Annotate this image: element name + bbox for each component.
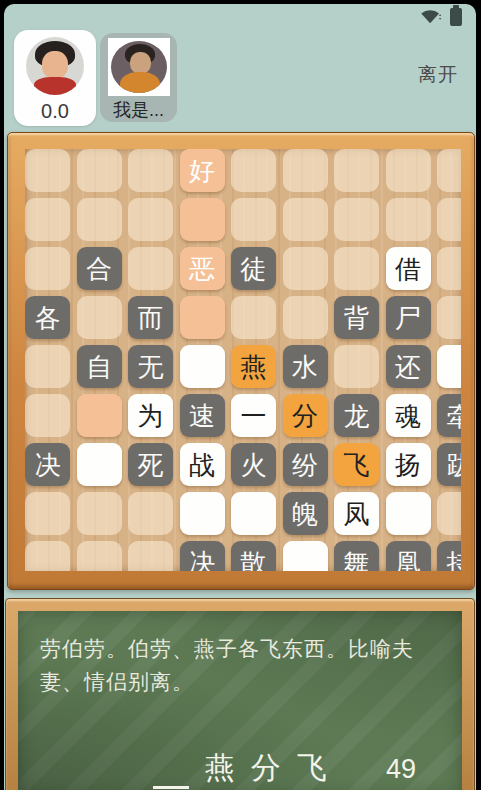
board-cell[interactable] [25, 149, 70, 192]
board-cell[interactable]: 尸 [386, 296, 431, 339]
character-tile[interactable]: 还 [386, 345, 431, 388]
board-cell[interactable] [231, 492, 276, 535]
board-cell[interactable] [77, 296, 122, 339]
board-cell[interactable] [180, 345, 225, 388]
board-cell[interactable] [437, 149, 461, 192]
board-cell[interactable]: 恶 [180, 247, 225, 290]
board-cell[interactable] [25, 247, 70, 290]
opponent-score: 0.0 [41, 100, 69, 123]
empty-slot-tile[interactable] [77, 443, 122, 486]
character-tile[interactable]: 各 [25, 296, 70, 339]
board-grid: 好合恶徒借各而背尸自无燕水还为速一分龙魂牵决死战火纷飞扬跋魄凤决散舞凰持 [25, 149, 461, 571]
board-cell[interactable]: 为 [128, 394, 173, 437]
board-cell[interactable]: 纷 [283, 443, 328, 486]
character-tile[interactable]: 散 [231, 541, 276, 571]
character-tile[interactable]: 魂 [386, 394, 431, 437]
answer-char: 燕 [205, 748, 235, 789]
board-cell[interactable] [437, 247, 461, 290]
empty-slot-tile[interactable] [180, 198, 225, 241]
character-tile[interactable]: 跋 [437, 443, 461, 486]
board-cell[interactable] [77, 149, 122, 192]
board-cell[interactable]: 散 [231, 541, 276, 571]
character-tile[interactable]: 火 [231, 443, 276, 486]
board-cell[interactable]: 龙 [334, 394, 379, 437]
board-cell[interactable] [77, 394, 122, 437]
board-cell[interactable]: 决 [25, 443, 70, 486]
character-tile[interactable]: 借 [386, 247, 431, 290]
character-tile[interactable]: 燕 [231, 345, 276, 388]
board-cell[interactable]: 魄 [283, 492, 328, 535]
board-cell[interactable] [25, 492, 70, 535]
empty-slot-tile[interactable] [386, 492, 431, 535]
board-cell[interactable] [128, 198, 173, 241]
board-cell[interactable] [437, 345, 461, 388]
character-tile[interactable]: 自 [77, 345, 122, 388]
board-cell[interactable] [128, 492, 173, 535]
board-cell[interactable]: 借 [386, 247, 431, 290]
board-cell[interactable]: 速 [180, 394, 225, 437]
status-bar [420, 6, 462, 28]
wifi-icon [420, 9, 442, 25]
board-cell[interactable] [128, 247, 173, 290]
self-avatar [108, 38, 170, 96]
answer-blank-slot [153, 759, 189, 789]
character-tile[interactable]: 飞 [334, 443, 379, 486]
idiom-clue-text: 劳伯劳。伯劳、燕子各飞东西。比喻夫妻、情侣别离。 [18, 611, 462, 698]
board-cell[interactable] [25, 541, 70, 571]
board-cell[interactable]: 决 [180, 541, 225, 571]
board-cell[interactable]: 无 [128, 345, 173, 388]
board-cell[interactable] [386, 198, 431, 241]
character-tile[interactable]: 而 [128, 296, 173, 339]
countdown-timer: 49 [386, 754, 416, 785]
board-cell[interactable] [77, 443, 122, 486]
board-cell[interactable] [386, 492, 431, 535]
character-tile[interactable]: 战 [180, 443, 225, 486]
board-cell[interactable]: 好 [180, 149, 225, 192]
board-cell[interactable]: 死 [128, 443, 173, 486]
board-cell[interactable] [334, 247, 379, 290]
board-cell[interactable] [283, 296, 328, 339]
battery-icon [450, 8, 462, 26]
app-screen: 0.0 我是... 离开 好合恶徒借各而背尸自无燕水还为速一分龙魂牵决死战火纷飞… [4, 4, 476, 790]
board-cell[interactable] [180, 198, 225, 241]
board-cell[interactable] [437, 296, 461, 339]
empty-slot-tile[interactable] [180, 345, 225, 388]
character-tile[interactable]: 徒 [231, 247, 276, 290]
empty-slot-tile[interactable] [283, 541, 328, 571]
character-tile[interactable]: 无 [128, 345, 173, 388]
board-cell[interactable] [283, 247, 328, 290]
screen-bezel: 0.0 我是... 离开 好合恶徒借各而背尸自无燕水还为速一分龙魂牵决死战火纷飞… [0, 0, 481, 790]
board-cell[interactable]: 合 [77, 247, 122, 290]
board-cell[interactable]: 徒 [231, 247, 276, 290]
character-tile[interactable]: 水 [283, 345, 328, 388]
character-tile[interactable]: 死 [128, 443, 173, 486]
character-tile[interactable]: 扬 [386, 443, 431, 486]
empty-slot-tile[interactable] [231, 492, 276, 535]
character-tile[interactable]: 恶 [180, 247, 225, 290]
character-tile[interactable]: 合 [77, 247, 122, 290]
character-tile[interactable]: 好 [180, 149, 225, 192]
board-cell[interactable]: 水 [283, 345, 328, 388]
board-cell[interactable]: 跋 [437, 443, 461, 486]
board-cell[interactable] [231, 149, 276, 192]
character-tile[interactable]: 为 [128, 394, 173, 437]
character-tile[interactable]: 持 [437, 541, 461, 571]
board-cell[interactable] [283, 149, 328, 192]
board-cell[interactable]: 凰 [386, 541, 431, 571]
board-cell[interactable] [386, 149, 431, 192]
board-cell[interactable] [77, 198, 122, 241]
board-cell[interactable] [25, 198, 70, 241]
board-cell[interactable] [128, 149, 173, 192]
character-tile[interactable]: 决 [25, 443, 70, 486]
leave-button[interactable]: 离开 [418, 62, 458, 88]
self-name: 我是... [113, 98, 164, 122]
board-cell[interactable] [25, 345, 70, 388]
board-cell[interactable]: 凤 [334, 492, 379, 535]
board-cell[interactable] [25, 394, 70, 437]
character-tile[interactable]: 一 [231, 394, 276, 437]
board-cell[interactable]: 各 [25, 296, 70, 339]
board-cell[interactable]: 而 [128, 296, 173, 339]
player-card-self[interactable]: 我是... [100, 33, 177, 122]
board-cell[interactable]: 背 [334, 296, 379, 339]
character-tile[interactable]: 魄 [283, 492, 328, 535]
character-tile[interactable]: 纷 [283, 443, 328, 486]
chalkboard: 劳伯劳。伯劳、燕子各飞东西。比喻夫妻、情侣别离。 燕分飞 49 [18, 611, 462, 790]
board-cell[interactable] [77, 492, 122, 535]
board-cell[interactable] [334, 149, 379, 192]
board-cell[interactable] [283, 541, 328, 571]
board-cell[interactable] [180, 296, 225, 339]
board-cell[interactable]: 火 [231, 443, 276, 486]
chalkboard-frame: 劳伯劳。伯劳、燕子各飞东西。比喻夫妻、情侣别离。 燕分飞 49 [5, 598, 475, 790]
board-cell[interactable]: 一 [231, 394, 276, 437]
character-tile[interactable]: 龙 [334, 394, 379, 437]
board-cell[interactable]: 分 [283, 394, 328, 437]
board-cell[interactable]: 牵 [437, 394, 461, 437]
board-cell[interactable] [334, 198, 379, 241]
board-cell[interactable]: 燕 [231, 345, 276, 388]
board-cell[interactable] [180, 492, 225, 535]
character-tile[interactable]: 舞 [334, 541, 379, 571]
board-cell[interactable]: 持 [437, 541, 461, 571]
board-cell[interactable] [334, 345, 379, 388]
board-cell[interactable] [231, 296, 276, 339]
character-tile[interactable]: 分 [283, 394, 328, 437]
board-cell[interactable]: 战 [180, 443, 225, 486]
board-cell[interactable]: 魂 [386, 394, 431, 437]
character-tile[interactable]: 速 [180, 394, 225, 437]
character-tile[interactable]: 背 [334, 296, 379, 339]
character-tile[interactable]: 决 [180, 541, 225, 571]
empty-slot-tile[interactable] [180, 492, 225, 535]
board-cell[interactable]: 自 [77, 345, 122, 388]
board-cell[interactable]: 还 [386, 345, 431, 388]
game-board-frame: 好合恶徒借各而背尸自无燕水还为速一分龙魂牵决死战火纷飞扬跋魄凤决散舞凰持 [7, 132, 475, 590]
board-cell[interactable]: 舞 [334, 541, 379, 571]
board-cell[interactable]: 扬 [386, 443, 431, 486]
answer-char: 飞 [297, 748, 327, 789]
board-cell[interactable] [437, 492, 461, 535]
board-cell[interactable] [283, 198, 328, 241]
empty-slot-tile[interactable] [180, 296, 225, 339]
board-cell[interactable] [77, 541, 122, 571]
empty-slot-tile[interactable] [437, 345, 461, 388]
game-board: 好合恶徒借各而背尸自无燕水还为速一分龙魂牵决死战火纷飞扬跋魄凤决散舞凰持 [25, 149, 461, 571]
board-cell[interactable] [437, 198, 461, 241]
empty-slot-tile[interactable] [77, 394, 122, 437]
board-cell[interactable] [231, 198, 276, 241]
character-tile[interactable]: 牵 [437, 394, 461, 437]
character-tile[interactable]: 凤 [334, 492, 379, 535]
character-tile[interactable]: 尸 [386, 296, 431, 339]
answer-char: 分 [251, 748, 281, 789]
player-card-opponent[interactable]: 0.0 [14, 30, 96, 126]
board-cell[interactable] [128, 541, 173, 571]
character-tile[interactable]: 凰 [386, 541, 431, 571]
opponent-avatar [26, 37, 84, 95]
board-cell[interactable]: 飞 [334, 443, 379, 486]
